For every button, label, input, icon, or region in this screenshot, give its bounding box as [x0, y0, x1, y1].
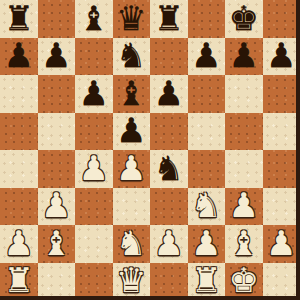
square-d7[interactable]: ♞	[113, 38, 151, 76]
square-c3[interactable]	[75, 188, 113, 226]
square-a1[interactable]: ♜	[0, 263, 38, 300]
square-c2[interactable]	[75, 225, 113, 263]
square-h6[interactable]	[263, 75, 301, 113]
square-f7[interactable]: ♟	[188, 38, 226, 76]
square-d1[interactable]: ♛	[113, 263, 151, 300]
piece-white-pawn: ♟	[154, 226, 184, 260]
square-g4[interactable]	[225, 150, 263, 188]
square-g3[interactable]: ♟	[225, 188, 263, 226]
square-b4[interactable]	[38, 150, 76, 188]
piece-black-pawn: ♟	[41, 38, 71, 72]
piece-black-rook: ♜	[154, 1, 184, 35]
square-a6[interactable]	[0, 75, 38, 113]
square-c5[interactable]	[75, 113, 113, 151]
square-h7[interactable]: ♟	[263, 38, 301, 76]
square-f8[interactable]	[188, 0, 226, 38]
square-c7[interactable]	[75, 38, 113, 76]
piece-black-bishop: ♝	[79, 1, 109, 35]
square-e2[interactable]: ♟	[150, 225, 188, 263]
square-f6[interactable]	[188, 75, 226, 113]
square-e8[interactable]: ♜	[150, 0, 188, 38]
piece-white-pawn: ♟	[79, 151, 109, 185]
piece-white-knight: ♞	[191, 188, 221, 222]
piece-black-pawn: ♟	[4, 38, 34, 72]
square-b5[interactable]	[38, 113, 76, 151]
square-a2[interactable]: ♟	[0, 225, 38, 263]
square-b8[interactable]	[38, 0, 76, 38]
square-f1[interactable]: ♜	[188, 263, 226, 300]
square-f2[interactable]: ♟	[188, 225, 226, 263]
square-d2[interactable]: ♞	[113, 225, 151, 263]
piece-black-bishop: ♝	[116, 76, 146, 110]
square-g7[interactable]: ♟	[225, 38, 263, 76]
piece-black-queen: ♛	[116, 1, 146, 35]
piece-white-pawn: ♟	[191, 226, 221, 260]
square-e7[interactable]	[150, 38, 188, 76]
piece-black-knight: ♞	[116, 38, 146, 72]
piece-white-king: ♚	[229, 263, 259, 297]
piece-black-knight: ♞	[154, 151, 184, 185]
square-a4[interactable]	[0, 150, 38, 188]
square-c1[interactable]	[75, 263, 113, 300]
square-b2[interactable]: ♝	[38, 225, 76, 263]
square-g5[interactable]	[225, 113, 263, 151]
square-g6[interactable]	[225, 75, 263, 113]
square-h2[interactable]: ♟	[263, 225, 301, 263]
piece-black-king: ♚	[229, 1, 259, 35]
piece-white-bishop: ♝	[41, 226, 71, 260]
piece-white-pawn: ♟	[116, 151, 146, 185]
square-e1[interactable]	[150, 263, 188, 300]
square-h3[interactable]	[263, 188, 301, 226]
piece-white-pawn: ♟	[266, 226, 296, 260]
square-f5[interactable]	[188, 113, 226, 151]
square-c8[interactable]: ♝	[75, 0, 113, 38]
square-b6[interactable]	[38, 75, 76, 113]
piece-white-pawn: ♟	[41, 188, 71, 222]
piece-white-bishop: ♝	[229, 226, 259, 260]
square-c4[interactable]: ♟	[75, 150, 113, 188]
square-d3[interactable]	[113, 188, 151, 226]
square-h8[interactable]	[263, 0, 301, 38]
piece-white-rook: ♜	[4, 263, 34, 297]
square-a3[interactable]	[0, 188, 38, 226]
piece-white-pawn: ♟	[4, 226, 34, 260]
square-d8[interactable]: ♛	[113, 0, 151, 38]
square-e5[interactable]	[150, 113, 188, 151]
square-f4[interactable]	[188, 150, 226, 188]
square-g2[interactable]: ♝	[225, 225, 263, 263]
piece-white-rook: ♜	[191, 263, 221, 297]
square-h5[interactable]	[263, 113, 301, 151]
piece-black-rook: ♜	[4, 1, 34, 35]
piece-black-pawn: ♟	[266, 38, 296, 72]
square-e4[interactable]: ♞	[150, 150, 188, 188]
piece-white-knight: ♞	[116, 226, 146, 260]
square-h1[interactable]	[263, 263, 301, 300]
square-b3[interactable]: ♟	[38, 188, 76, 226]
piece-black-pawn: ♟	[116, 113, 146, 147]
square-a5[interactable]	[0, 113, 38, 151]
square-b7[interactable]: ♟	[38, 38, 76, 76]
square-e3[interactable]	[150, 188, 188, 226]
square-e6[interactable]: ♟	[150, 75, 188, 113]
square-h4[interactable]	[263, 150, 301, 188]
chess-board-window: ♜♝♛♜♚♟♟♞♟♟♟♟♝♟♟♟♟♞♟♞♟♟♝♞♟♟♝♟♜♛♜♚	[0, 0, 300, 300]
piece-black-pawn: ♟	[191, 38, 221, 72]
square-a7[interactable]: ♟	[0, 38, 38, 76]
square-f3[interactable]: ♞	[188, 188, 226, 226]
square-d5[interactable]: ♟	[113, 113, 151, 151]
square-c6[interactable]: ♟	[75, 75, 113, 113]
piece-white-pawn: ♟	[229, 188, 259, 222]
piece-black-pawn: ♟	[229, 38, 259, 72]
piece-black-pawn: ♟	[79, 76, 109, 110]
square-b1[interactable]	[38, 263, 76, 300]
square-d6[interactable]: ♝	[113, 75, 151, 113]
square-d4[interactable]: ♟	[113, 150, 151, 188]
square-g8[interactable]: ♚	[225, 0, 263, 38]
piece-black-pawn: ♟	[154, 76, 184, 110]
chess-board: ♜♝♛♜♚♟♟♞♟♟♟♟♝♟♟♟♟♞♟♞♟♟♝♞♟♟♝♟♜♛♜♚	[0, 0, 300, 300]
square-a8[interactable]: ♜	[0, 0, 38, 38]
piece-white-queen: ♛	[116, 263, 146, 297]
square-g1[interactable]: ♚	[225, 263, 263, 300]
